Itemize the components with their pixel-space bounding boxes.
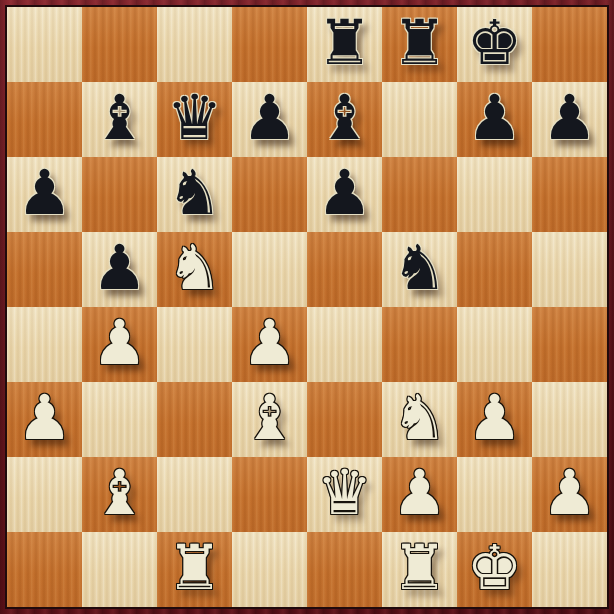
square-g5[interactable] <box>457 232 532 307</box>
square-e4[interactable] <box>307 307 382 382</box>
piece-black-king-g8[interactable]: ♚ <box>457 7 532 82</box>
square-d4[interactable]: ♟ <box>232 307 307 382</box>
square-h4[interactable] <box>532 307 607 382</box>
square-f7[interactable] <box>382 82 457 157</box>
piece-white-bishop-b2[interactable]: ♝ <box>82 457 157 532</box>
square-d3[interactable]: ♝ <box>232 382 307 457</box>
square-d8[interactable] <box>232 7 307 82</box>
piece-black-bishop-e7[interactable]: ♝ <box>307 82 382 157</box>
square-b6[interactable] <box>82 157 157 232</box>
board-frame: ♜♜♚♝♛♟♝♟♟♟♞♟♟♞♞♟♟♟♝♞♟♝♛♟♟♜♜♚ <box>0 0 614 614</box>
square-b7[interactable]: ♝ <box>82 82 157 157</box>
square-a3[interactable]: ♟ <box>7 382 82 457</box>
square-b2[interactable]: ♝ <box>82 457 157 532</box>
square-a8[interactable] <box>7 7 82 82</box>
square-c6[interactable]: ♞ <box>157 157 232 232</box>
square-d5[interactable] <box>232 232 307 307</box>
square-b4[interactable]: ♟ <box>82 307 157 382</box>
square-g1[interactable]: ♚ <box>457 532 532 607</box>
square-c5[interactable]: ♞ <box>157 232 232 307</box>
square-g8[interactable]: ♚ <box>457 7 532 82</box>
piece-black-pawn-d7[interactable]: ♟ <box>232 82 307 157</box>
piece-white-pawn-b4[interactable]: ♟ <box>82 307 157 382</box>
piece-black-pawn-b5[interactable]: ♟ <box>82 232 157 307</box>
square-b3[interactable] <box>82 382 157 457</box>
square-h3[interactable] <box>532 382 607 457</box>
piece-white-knight-f3[interactable]: ♞ <box>382 382 457 457</box>
square-f1[interactable]: ♜ <box>382 532 457 607</box>
square-e5[interactable] <box>307 232 382 307</box>
square-h6[interactable] <box>532 157 607 232</box>
square-a2[interactable] <box>7 457 82 532</box>
square-a7[interactable] <box>7 82 82 157</box>
square-h1[interactable] <box>532 532 607 607</box>
piece-white-rook-f1[interactable]: ♜ <box>382 532 457 607</box>
square-g7[interactable]: ♟ <box>457 82 532 157</box>
piece-black-rook-e8[interactable]: ♜ <box>307 7 382 82</box>
square-e8[interactable]: ♜ <box>307 7 382 82</box>
square-c1[interactable]: ♜ <box>157 532 232 607</box>
piece-white-king-g1[interactable]: ♚ <box>457 532 532 607</box>
square-a6[interactable]: ♟ <box>7 157 82 232</box>
square-f4[interactable] <box>382 307 457 382</box>
square-d7[interactable]: ♟ <box>232 82 307 157</box>
piece-black-pawn-a6[interactable]: ♟ <box>7 157 82 232</box>
square-c7[interactable]: ♛ <box>157 82 232 157</box>
square-d2[interactable] <box>232 457 307 532</box>
piece-black-pawn-e6[interactable]: ♟ <box>307 157 382 232</box>
square-b8[interactable] <box>82 7 157 82</box>
square-e1[interactable] <box>307 532 382 607</box>
square-h5[interactable] <box>532 232 607 307</box>
piece-white-pawn-g3[interactable]: ♟ <box>457 382 532 457</box>
square-a4[interactable] <box>7 307 82 382</box>
piece-black-knight-f5[interactable]: ♞ <box>382 232 457 307</box>
square-b1[interactable] <box>82 532 157 607</box>
piece-white-knight-c5[interactable]: ♞ <box>157 232 232 307</box>
piece-black-pawn-g7[interactable]: ♟ <box>457 82 532 157</box>
piece-white-pawn-h2[interactable]: ♟ <box>532 457 607 532</box>
square-g2[interactable] <box>457 457 532 532</box>
piece-black-pawn-h7[interactable]: ♟ <box>532 82 607 157</box>
square-h8[interactable] <box>532 7 607 82</box>
square-d6[interactable] <box>232 157 307 232</box>
square-f3[interactable]: ♞ <box>382 382 457 457</box>
piece-white-queen-e2[interactable]: ♛ <box>307 457 382 532</box>
piece-white-pawn-f2[interactable]: ♟ <box>382 457 457 532</box>
piece-black-knight-c6[interactable]: ♞ <box>157 157 232 232</box>
square-c8[interactable] <box>157 7 232 82</box>
square-g4[interactable] <box>457 307 532 382</box>
square-g6[interactable] <box>457 157 532 232</box>
piece-white-rook-c1[interactable]: ♜ <box>157 532 232 607</box>
square-c2[interactable] <box>157 457 232 532</box>
square-f6[interactable] <box>382 157 457 232</box>
square-f2[interactable]: ♟ <box>382 457 457 532</box>
piece-black-rook-f8[interactable]: ♜ <box>382 7 457 82</box>
square-e3[interactable] <box>307 382 382 457</box>
square-e6[interactable]: ♟ <box>307 157 382 232</box>
square-f5[interactable]: ♞ <box>382 232 457 307</box>
square-h2[interactable]: ♟ <box>532 457 607 532</box>
piece-black-bishop-b7[interactable]: ♝ <box>82 82 157 157</box>
piece-black-queen-c7[interactable]: ♛ <box>157 82 232 157</box>
square-a1[interactable] <box>7 532 82 607</box>
square-c3[interactable] <box>157 382 232 457</box>
piece-white-pawn-d4[interactable]: ♟ <box>232 307 307 382</box>
square-e2[interactable]: ♛ <box>307 457 382 532</box>
square-f8[interactable]: ♜ <box>382 7 457 82</box>
square-e7[interactable]: ♝ <box>307 82 382 157</box>
piece-white-bishop-d3[interactable]: ♝ <box>232 382 307 457</box>
piece-white-pawn-a3[interactable]: ♟ <box>7 382 82 457</box>
square-c4[interactable] <box>157 307 232 382</box>
square-b5[interactable]: ♟ <box>82 232 157 307</box>
square-g3[interactable]: ♟ <box>457 382 532 457</box>
square-a5[interactable] <box>7 232 82 307</box>
square-d1[interactable] <box>232 532 307 607</box>
square-h7[interactable]: ♟ <box>532 82 607 157</box>
chess-board: ♜♜♚♝♛♟♝♟♟♟♞♟♟♞♞♟♟♟♝♞♟♝♛♟♟♜♜♚ <box>7 7 607 607</box>
